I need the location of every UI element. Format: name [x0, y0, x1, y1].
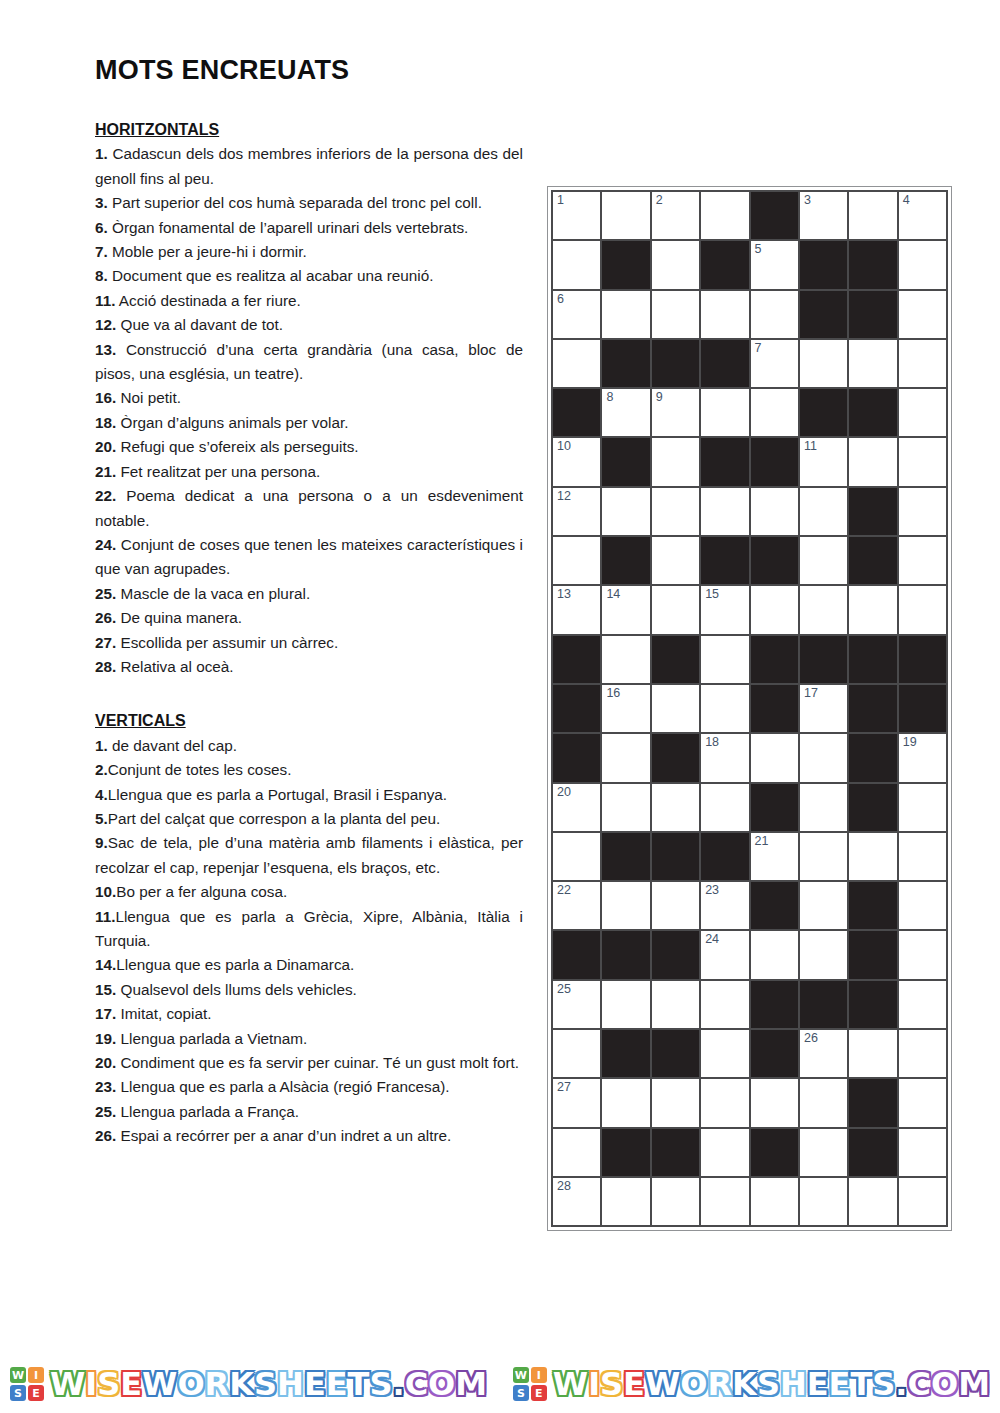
letter-cell[interactable]: 27	[553, 1079, 600, 1126]
letter-cell[interactable]: 12	[553, 488, 600, 535]
block-cell	[602, 241, 649, 288]
letter-cell[interactable]	[553, 1129, 600, 1176]
block-cell	[849, 1129, 896, 1176]
wiseworksheets-logo-icon: WISE	[513, 1367, 547, 1401]
letter-cell[interactable]	[701, 784, 748, 831]
logo-tile: S	[513, 1385, 529, 1401]
letter-cell[interactable]	[899, 389, 946, 436]
letter-cell[interactable]	[800, 537, 847, 584]
letter-cell[interactable]: 13	[553, 586, 600, 633]
block-cell	[652, 734, 699, 781]
letter-cell[interactable]: 1	[553, 192, 600, 239]
letter-cell[interactable]	[849, 192, 896, 239]
clue-number: 4	[903, 194, 910, 207]
clue: 5.Part del calçat que correspon a la pla…	[95, 807, 523, 831]
clue: 20. Condiment que es fa servir per cuina…	[95, 1051, 523, 1075]
letter-cell[interactable]: 23	[701, 882, 748, 929]
letter-cell[interactable]	[751, 488, 798, 535]
letter-cell[interactable]	[751, 1178, 798, 1225]
block-cell	[751, 192, 798, 239]
clue: 26. Espai a recórrer per a anar d’un ind…	[95, 1124, 523, 1148]
verticals-heading: VERTICALS	[95, 709, 523, 733]
letter-cell[interactable]: 17	[800, 685, 847, 732]
block-cell	[751, 981, 798, 1028]
letter-cell[interactable]: 20	[553, 784, 600, 831]
clue-number: 11	[804, 440, 817, 453]
clue-label: 1.	[95, 145, 108, 162]
letter-cell[interactable]	[751, 586, 798, 633]
block-cell	[602, 931, 649, 978]
clue-label: 27.	[95, 634, 116, 651]
clue: 25. Mascle de la vaca en plural.	[95, 582, 523, 606]
letter-cell[interactable]	[701, 685, 748, 732]
clue-number: 10	[557, 440, 571, 453]
letter-cell[interactable]	[899, 488, 946, 535]
letter-cell[interactable]: 7	[751, 340, 798, 387]
letter-cell[interactable]	[701, 1030, 748, 1077]
letter-cell[interactable]	[800, 340, 847, 387]
letter-cell[interactable]	[553, 340, 600, 387]
block-cell	[849, 1079, 896, 1126]
letter-cell[interactable]: 4	[899, 192, 946, 239]
letter-cell[interactable]	[602, 981, 649, 1028]
horitzontals-section: HORITZONTALS 1. Cadascun dels dos membre…	[95, 118, 523, 679]
letter-cell[interactable]	[652, 241, 699, 288]
clue: 15. Qualsevol dels llums dels vehicles.	[95, 978, 523, 1002]
letter-cell[interactable]	[553, 241, 600, 288]
block-cell	[800, 389, 847, 436]
clue-label: 25.	[95, 1103, 116, 1120]
clue: 28. Relativa al oceà.	[95, 655, 523, 679]
clue: 10.Bo per a fer alguna cosa.	[95, 880, 523, 904]
letter-cell[interactable]: 25	[553, 981, 600, 1028]
block-cell	[849, 685, 896, 732]
clue: 23. Llengua que es parla a Alsàcia (regi…	[95, 1075, 523, 1099]
letter-cell[interactable]	[751, 291, 798, 338]
letter-cell[interactable]	[701, 389, 748, 436]
clue-label: 5.	[95, 810, 108, 827]
letter-cell[interactable]	[849, 833, 896, 880]
block-cell	[701, 241, 748, 288]
letter-cell[interactable]: 2	[652, 192, 699, 239]
block-cell	[602, 537, 649, 584]
block-cell	[602, 1129, 649, 1176]
clue-number: 8	[606, 391, 613, 404]
clue-label: 20.	[95, 1054, 116, 1071]
letter-cell[interactable]	[652, 586, 699, 633]
block-cell	[602, 340, 649, 387]
letter-cell[interactable]	[899, 1030, 946, 1077]
clue: 19. Llengua parlada a Vietnam.	[95, 1027, 523, 1051]
wiseworksheets-logo-icon: WISE	[10, 1367, 44, 1401]
clue-number: 22	[557, 884, 571, 897]
letter-cell[interactable]	[701, 488, 748, 535]
clue: 13. Construcció d’una certa grandària (u…	[95, 338, 523, 387]
clue-label: 25.	[95, 585, 116, 602]
block-cell	[751, 685, 798, 732]
clue: 11. Acció destinada a fer riure.	[95, 289, 523, 313]
verticals-section: VERTICALS 1. de davant del cap.2.Conjunt…	[95, 709, 523, 1148]
clue-label: 12.	[95, 316, 116, 333]
clue-number: 24	[705, 933, 719, 946]
letter-cell[interactable]	[899, 1079, 946, 1126]
logo-tile: W	[513, 1367, 529, 1383]
letter-cell[interactable]	[602, 1178, 649, 1225]
block-cell	[751, 1129, 798, 1176]
letter-cell[interactable]	[899, 537, 946, 584]
page-title: MOTS ENCREUATS	[95, 55, 349, 86]
wiseworksheets-wordmark: WISEWORKSHEETS.COM	[50, 1368, 487, 1400]
clue-label: 11.	[95, 292, 115, 309]
clue-label: 19.	[95, 1030, 116, 1047]
clue: 22. Poema dedicat a una persona o a un e…	[95, 484, 523, 533]
letter-cell[interactable]	[899, 882, 946, 929]
clue-label: 21.	[95, 463, 116, 480]
block-cell	[553, 931, 600, 978]
clue: 27. Escollida per assumir un càrrec.	[95, 631, 523, 655]
clue: 1. Cadascun dels dos membres inferiors d…	[95, 142, 523, 191]
clue: 18. Òrgan d’alguns animals per volar.	[95, 411, 523, 435]
block-cell	[751, 784, 798, 831]
block-cell	[800, 291, 847, 338]
clue-label: 26.	[95, 609, 116, 626]
letter-cell[interactable]: 24	[701, 931, 748, 978]
clue-label: 6.	[95, 219, 108, 236]
letter-cell[interactable]	[800, 882, 847, 929]
clue-label: 15.	[95, 981, 116, 998]
clue-label: 1.	[95, 737, 108, 754]
clue: 26. De quina manera.	[95, 606, 523, 630]
clue: 14.Llengua que es parla a Dinamarca.	[95, 953, 523, 977]
clue-label: 18.	[95, 414, 116, 431]
letter-cell[interactable]	[701, 1178, 748, 1225]
letter-cell[interactable]	[553, 1030, 600, 1077]
crossword-cells: 1234567891011121314151617181920212223242…	[551, 190, 948, 1227]
letter-cell[interactable]	[751, 931, 798, 978]
clue-number: 19	[903, 736, 917, 749]
block-cell	[849, 784, 896, 831]
letter-cell[interactable]	[553, 537, 600, 584]
block-cell	[800, 636, 847, 683]
letter-cell[interactable]	[800, 1129, 847, 1176]
letter-cell[interactable]	[652, 1178, 699, 1225]
footer-branding: WISEWISEWORKSHEETS.COMWISEWISEWORKSHEETS…	[10, 1359, 990, 1409]
letter-cell[interactable]	[899, 1129, 946, 1176]
block-cell	[800, 241, 847, 288]
block-cell	[701, 340, 748, 387]
clue-label: 24.	[95, 536, 116, 553]
clue-number: 15	[705, 588, 719, 601]
horitzontals-heading: HORITZONTALS	[95, 118, 523, 142]
block-cell	[701, 537, 748, 584]
horitzontals-clue-list: 1. Cadascun dels dos membres inferiors d…	[95, 142, 523, 679]
block-cell	[602, 1030, 649, 1077]
clue-number: 21	[755, 835, 769, 848]
clue-number: 23	[705, 884, 719, 897]
clue-label: 2.	[95, 761, 108, 778]
logo-tile: E	[531, 1385, 547, 1401]
letter-cell[interactable]	[602, 488, 649, 535]
clues-column: HORITZONTALS 1. Cadascun dels dos membre…	[95, 118, 523, 1149]
letter-cell[interactable]	[652, 488, 699, 535]
verticals-clue-list: 1. de davant del cap.2.Conjunt de totes …	[95, 734, 523, 1149]
letter-cell[interactable]	[602, 734, 649, 781]
block-cell	[899, 685, 946, 732]
block-cell	[652, 1129, 699, 1176]
clue: 25. Llengua parlada a França.	[95, 1100, 523, 1124]
clue: 2.Conjunt de totes les coses.	[95, 758, 523, 782]
clue-number: 6	[557, 293, 564, 306]
logo-tile: I	[531, 1367, 547, 1383]
wiseworksheets-wordmark: WISEWORKSHEETS.COM	[553, 1368, 990, 1400]
clue: 8. Document que es realitza al acabar un…	[95, 264, 523, 288]
letter-cell[interactable]	[602, 291, 649, 338]
clue-number: 1	[557, 194, 564, 207]
clue-label: 17.	[95, 1005, 116, 1022]
letter-cell[interactable]: 10	[553, 438, 600, 485]
block-cell	[751, 636, 798, 683]
letter-cell[interactable]: 6	[553, 291, 600, 338]
letter-cell[interactable]: 5	[751, 241, 798, 288]
clue-number: 2	[656, 194, 663, 207]
letter-cell[interactable]	[652, 685, 699, 732]
clue-number: 16	[606, 687, 620, 700]
block-cell	[553, 734, 600, 781]
letter-cell[interactable]	[800, 586, 847, 633]
letter-cell[interactable]	[849, 340, 896, 387]
letter-cell[interactable]	[849, 1030, 896, 1077]
clue-label: 4.	[95, 786, 108, 803]
clue: 3. Part superior del cos humà separada d…	[95, 191, 523, 215]
wiseworksheets-brand-link[interactable]: WISEWISEWORKSHEETS.COM	[10, 1367, 487, 1401]
letter-cell[interactable]	[800, 1079, 847, 1126]
letter-cell[interactable]	[800, 784, 847, 831]
block-cell	[751, 438, 798, 485]
letter-cell[interactable]	[800, 1178, 847, 1225]
block-cell	[849, 931, 896, 978]
letter-cell[interactable]	[800, 833, 847, 880]
clue-label: 8.	[95, 267, 108, 284]
block-cell	[701, 438, 748, 485]
clue: 6. Òrgan fonamental de l’aparell urinari…	[95, 216, 523, 240]
block-cell	[602, 833, 649, 880]
letter-cell[interactable]	[652, 981, 699, 1028]
block-cell	[849, 734, 896, 781]
logo-tile: W	[10, 1367, 26, 1383]
clue: 7. Moble per a jeure-hi i dormir.	[95, 240, 523, 264]
clue-label: 28.	[95, 658, 116, 675]
block-cell	[553, 685, 600, 732]
clue-number: 12	[557, 490, 571, 503]
letter-cell[interactable]	[849, 1178, 896, 1225]
letter-cell[interactable]	[899, 291, 946, 338]
letter-cell[interactable]	[602, 636, 649, 683]
letter-cell[interactable]	[652, 1079, 699, 1126]
clue-number: 7	[755, 342, 762, 355]
block-cell	[849, 241, 896, 288]
block-cell	[849, 537, 896, 584]
block-cell	[751, 1030, 798, 1077]
letter-cell[interactable]	[602, 784, 649, 831]
letter-cell[interactable]	[701, 981, 748, 1028]
logo-tile: I	[28, 1367, 44, 1383]
clue-label: 10.	[95, 883, 116, 900]
letter-cell[interactable]	[553, 833, 600, 880]
block-cell	[849, 488, 896, 535]
letter-cell[interactable]	[701, 636, 748, 683]
block-cell	[800, 981, 847, 1028]
letter-cell[interactable]	[701, 1129, 748, 1176]
clue-label: 11.	[95, 908, 115, 925]
letter-cell[interactable]	[652, 438, 699, 485]
letter-cell[interactable]: 9	[652, 389, 699, 436]
letter-cell[interactable]	[800, 734, 847, 781]
wiseworksheets-brand-link[interactable]: WISEWISEWORKSHEETS.COM	[513, 1367, 990, 1401]
clue-number: 28	[557, 1180, 571, 1193]
clue-label: 13.	[95, 341, 116, 358]
block-cell	[553, 636, 600, 683]
block-cell	[602, 438, 649, 485]
clue-label: 3.	[95, 194, 108, 211]
letter-cell[interactable]	[899, 438, 946, 485]
clue: 17. Imitat, copiat.	[95, 1002, 523, 1026]
letter-cell[interactable]	[899, 981, 946, 1028]
clue: 4.Llengua que es parla a Portugal, Brasi…	[95, 783, 523, 807]
letter-cell[interactable]	[602, 882, 649, 929]
clue-label: 14.	[95, 956, 116, 973]
clue-number: 14	[606, 588, 620, 601]
block-cell	[899, 636, 946, 683]
block-cell	[849, 389, 896, 436]
clue: 24. Conjunt de coses que tenen les matei…	[95, 533, 523, 582]
clue-number: 17	[804, 687, 818, 700]
letter-cell[interactable]	[800, 488, 847, 535]
letter-cell[interactable]	[751, 734, 798, 781]
block-cell	[701, 833, 748, 880]
clue-number: 13	[557, 588, 571, 601]
letter-cell[interactable]	[652, 882, 699, 929]
letter-cell[interactable]: 28	[553, 1178, 600, 1225]
clue: 12. Que va al davant de tot.	[95, 313, 523, 337]
letter-cell[interactable]	[899, 340, 946, 387]
block-cell	[849, 636, 896, 683]
clue-label: 7.	[95, 243, 108, 260]
letter-cell[interactable]	[899, 931, 946, 978]
clue-label: 16.	[95, 389, 116, 406]
letter-cell[interactable]: 21	[751, 833, 798, 880]
clue-number: 3	[804, 194, 811, 207]
clue: 16. Noi petit.	[95, 386, 523, 410]
clue-number: 26	[804, 1032, 818, 1045]
letter-cell[interactable]: 14	[602, 586, 649, 633]
clue: 9.Sac de tela, ple d’una matèria amb fil…	[95, 831, 523, 880]
letter-cell[interactable]	[652, 537, 699, 584]
clue-number: 25	[557, 983, 571, 996]
clue: 21. Fet realitzat per una persona.	[95, 460, 523, 484]
letter-cell[interactable]	[602, 192, 649, 239]
clue-label: 26.	[95, 1127, 116, 1144]
letter-cell[interactable]	[800, 931, 847, 978]
clue-number: 27	[557, 1081, 571, 1094]
crossword-grid: 1234567891011121314151617181920212223242…	[547, 186, 952, 1231]
block-cell	[652, 931, 699, 978]
block-cell	[751, 537, 798, 584]
letter-cell[interactable]: 18	[701, 734, 748, 781]
letter-cell[interactable]: 19	[899, 734, 946, 781]
block-cell	[849, 981, 896, 1028]
block-cell	[751, 882, 798, 929]
clue: 11.Llengua que es parla a Grècia, Xipre,…	[95, 905, 523, 954]
letter-cell[interactable]	[849, 586, 896, 633]
clue-number: 5	[755, 243, 762, 256]
letter-cell[interactable]	[602, 1079, 649, 1126]
letter-cell[interactable]	[701, 1079, 748, 1126]
clue: 1. de davant del cap.	[95, 734, 523, 758]
block-cell	[652, 636, 699, 683]
clue-number: 9	[656, 391, 663, 404]
letter-cell[interactable]	[701, 192, 748, 239]
letter-cell[interactable]: 22	[553, 882, 600, 929]
logo-tile: S	[10, 1385, 26, 1401]
clue-label: 22.	[95, 487, 116, 504]
letter-cell[interactable]	[899, 1178, 946, 1225]
letter-cell[interactable]	[652, 291, 699, 338]
block-cell	[652, 833, 699, 880]
letter-cell[interactable]	[751, 1079, 798, 1126]
letter-cell[interactable]: 11	[800, 438, 847, 485]
clue-number: 20	[557, 786, 571, 799]
block-cell	[849, 291, 896, 338]
letter-cell[interactable]	[701, 291, 748, 338]
letter-cell[interactable]: 8	[602, 389, 649, 436]
letter-cell[interactable]	[899, 833, 946, 880]
block-cell	[849, 882, 896, 929]
letter-cell[interactable]	[899, 241, 946, 288]
clue-number: 18	[705, 736, 719, 749]
letter-cell[interactable]: 3	[800, 192, 847, 239]
clue: 20. Refugi que s’ofereix als perseguits.	[95, 435, 523, 459]
block-cell	[553, 389, 600, 436]
letter-cell[interactable]: 26	[800, 1030, 847, 1077]
letter-cell[interactable]	[652, 784, 699, 831]
letter-cell[interactable]	[899, 784, 946, 831]
letter-cell[interactable]: 16	[602, 685, 649, 732]
clue-label: 9.	[95, 834, 108, 851]
block-cell	[652, 340, 699, 387]
letter-cell[interactable]: 15	[701, 586, 748, 633]
logo-tile: E	[28, 1385, 44, 1401]
clue-label: 20.	[95, 438, 116, 455]
letter-cell[interactable]	[899, 586, 946, 633]
clue-label: 23.	[95, 1078, 116, 1095]
letter-cell[interactable]	[849, 438, 896, 485]
block-cell	[652, 1030, 699, 1077]
letter-cell[interactable]	[751, 389, 798, 436]
